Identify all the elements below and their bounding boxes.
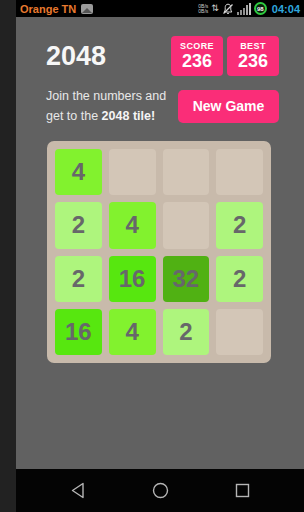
score-value: 236 bbox=[182, 52, 212, 71]
status-bar-clock: 04:04 bbox=[272, 3, 300, 15]
back-button[interactable] bbox=[58, 479, 98, 503]
recents-button[interactable] bbox=[222, 479, 262, 503]
empty-cell bbox=[163, 149, 210, 195]
intro-line2-prefix: get to the bbox=[46, 109, 102, 123]
best-value: 236 bbox=[238, 52, 268, 71]
battery-circle-icon: 98 bbox=[254, 2, 267, 15]
signal-strength-icon bbox=[237, 3, 251, 15]
phone-screen: Orange TN 0B/s 0B/s ⇅ 98 04:04 bbox=[16, 0, 304, 512]
network-speed: 0B/s 0B/s bbox=[198, 4, 208, 14]
new-game-button[interactable]: New Game bbox=[178, 90, 279, 123]
board[interactable]: 42422163221642 bbox=[47, 141, 271, 363]
home-button[interactable] bbox=[140, 479, 180, 503]
intro-text: Join the numbers and get to the 2048 til… bbox=[46, 86, 166, 126]
tile-4: 4 bbox=[109, 309, 156, 355]
tile-32: 32 bbox=[163, 256, 210, 302]
net-speed-up: 0B/s bbox=[198, 9, 208, 14]
home-circle-icon bbox=[152, 482, 169, 499]
intro-line2-bold: 2048 tile! bbox=[102, 109, 156, 123]
tile-16: 16 bbox=[109, 256, 156, 302]
empty-cell bbox=[216, 149, 263, 195]
back-triangle-icon bbox=[70, 482, 87, 499]
tile-2: 2 bbox=[55, 256, 102, 302]
app-title: 2048 bbox=[46, 41, 106, 72]
tile-2: 2 bbox=[216, 202, 263, 248]
screenshot-notification-icon bbox=[81, 4, 93, 14]
android-status-bar[interactable]: Orange TN 0B/s 0B/s ⇅ 98 04:04 bbox=[16, 0, 304, 17]
game-header: 2048 SCORE 236 BEST 236 bbox=[46, 36, 279, 76]
tile-2: 2 bbox=[163, 309, 210, 355]
score-badges: SCORE 236 BEST 236 bbox=[171, 36, 279, 76]
mute-bell-icon bbox=[222, 3, 234, 15]
tile-2: 2 bbox=[55, 202, 102, 248]
best-badge: BEST 236 bbox=[227, 36, 279, 76]
android-nav-bar bbox=[16, 469, 304, 512]
status-bar-right: 0B/s 0B/s ⇅ 98 04:04 bbox=[198, 2, 300, 15]
score-badge: SCORE 236 bbox=[171, 36, 223, 76]
empty-cell bbox=[216, 309, 263, 355]
intro-row: Join the numbers and get to the 2048 til… bbox=[46, 86, 279, 126]
carrier-label: Orange TN bbox=[20, 3, 76, 15]
tile-4: 4 bbox=[109, 202, 156, 248]
intro-line1: Join the numbers and bbox=[46, 89, 166, 103]
tile-2: 2 bbox=[216, 256, 263, 302]
tile-16: 16 bbox=[55, 309, 102, 355]
traffic-arrows-icon: ⇅ bbox=[211, 4, 219, 13]
empty-cell bbox=[109, 149, 156, 195]
recents-square-icon bbox=[234, 482, 251, 499]
tile-4: 4 bbox=[55, 149, 102, 195]
empty-cell bbox=[163, 202, 210, 248]
